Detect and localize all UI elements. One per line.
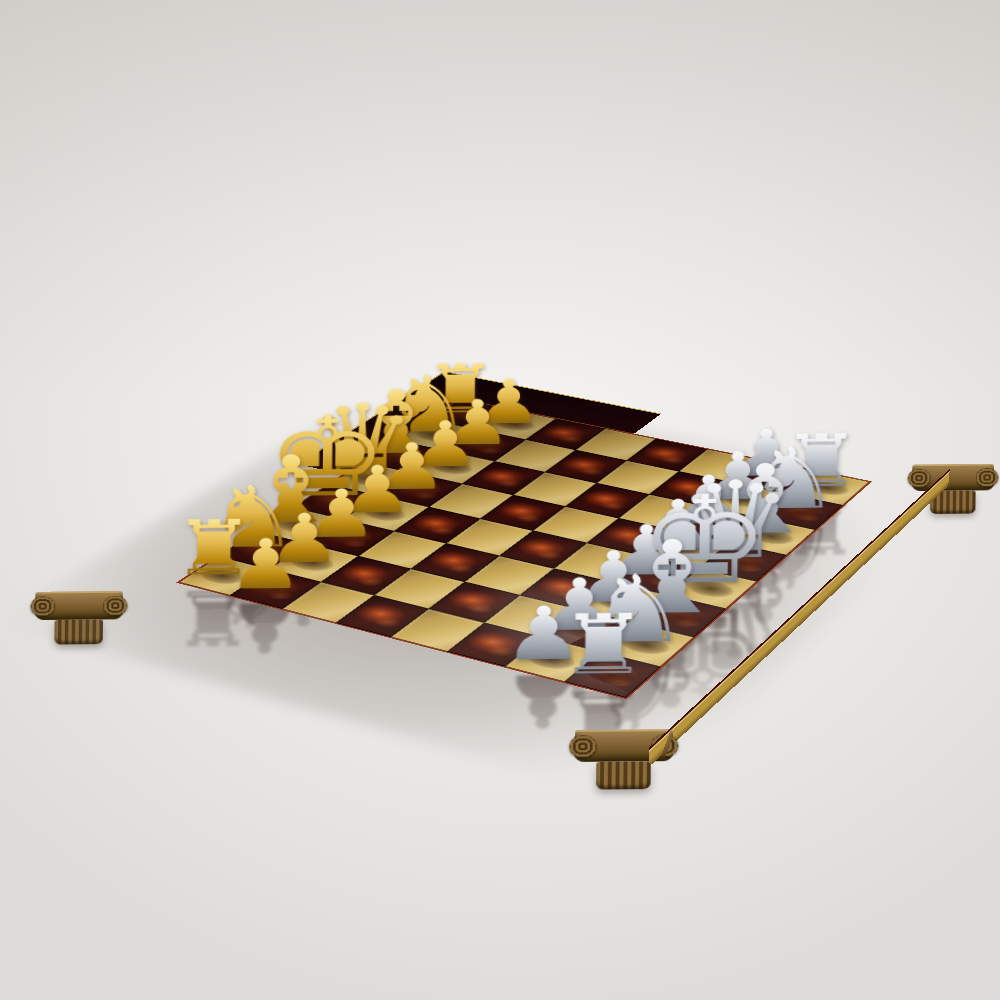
studio-photo-backdrop: ♜♜♟♟♟♟♜♜♞♞♟♟♟♟♞♞♝♝♟♟♟♟♝♝♛♛♟♟♟♟♛♛♚♚♟♟♟♟♚♚… [0, 0, 1000, 1000]
silver-rook[interactable]: ♜ [525, 506, 683, 683]
chessboard: ♜♜♟♟♟♟♜♜♞♞♟♟♟♟♞♞♝♝♟♟♟♟♝♝♛♛♟♟♟♟♛♛♚♚♟♟♟♟♚♚… [88, 371, 951, 747]
gold-pawn[interactable]: ♟ [193, 432, 339, 596]
board-perspective-wrapper: ♜♜♟♟♟♟♜♜♞♞♟♟♟♟♞♞♝♝♟♟♟♟♝♝♛♛♟♟♟♟♛♛♚♚♟♟♟♟♚♚… [206, 257, 859, 804]
scene: ♜♜♟♟♟♟♜♜♞♞♟♟♟♟♞♞♝♝♟♟♟♟♝♝♛♛♟♟♟♟♛♛♚♚♟♟♟♟♚♚… [206, 257, 859, 804]
